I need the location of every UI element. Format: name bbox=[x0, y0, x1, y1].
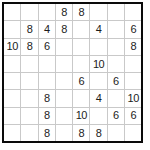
cell-r4c1[interactable] bbox=[4, 56, 20, 72]
clue-cell-r7c3: 8 bbox=[39, 108, 55, 124]
cell-r8c1[interactable] bbox=[4, 125, 20, 141]
clue-cell-r2c6: 4 bbox=[90, 21, 106, 37]
clue-cell-r3c3: 6 bbox=[39, 39, 55, 55]
cell-r5c8[interactable] bbox=[125, 73, 141, 89]
cell-r2c7[interactable] bbox=[108, 21, 124, 37]
clue-cell-r2c2: 8 bbox=[21, 21, 37, 37]
cell-r3c4[interactable] bbox=[56, 39, 72, 55]
cell-r8c2[interactable] bbox=[21, 125, 37, 141]
clue-cell-r3c8: 8 bbox=[125, 39, 141, 55]
cell-r5c6[interactable] bbox=[90, 73, 106, 89]
cell-r6c1[interactable] bbox=[4, 90, 20, 106]
clue-cell-r6c8: 10 bbox=[125, 90, 141, 106]
clue-cell-r6c3: 8 bbox=[39, 90, 55, 106]
cell-r7c4[interactable] bbox=[56, 108, 72, 124]
cell-r1c6[interactable] bbox=[90, 4, 106, 20]
cell-r4c3[interactable] bbox=[39, 56, 55, 72]
clue-cell-r2c3: 4 bbox=[39, 21, 55, 37]
cell-r6c7[interactable] bbox=[108, 90, 124, 106]
clue-cell-r7c8: 6 bbox=[125, 108, 141, 124]
cell-r4c7[interactable] bbox=[108, 56, 124, 72]
cell-r1c1[interactable] bbox=[4, 4, 20, 20]
cell-r2c5[interactable] bbox=[73, 21, 89, 37]
cell-r5c1[interactable] bbox=[4, 73, 20, 89]
cell-r7c6[interactable] bbox=[90, 108, 106, 124]
puzzle-board: 8884846108681066841081066888 bbox=[2, 2, 143, 143]
clue-cell-r7c7: 6 bbox=[108, 108, 124, 124]
clue-cell-r3c1: 10 bbox=[4, 39, 20, 55]
clue-cell-r8c3: 8 bbox=[39, 125, 55, 141]
clue-cell-r2c8: 6 bbox=[125, 21, 141, 37]
clue-cell-r2c4: 8 bbox=[56, 21, 72, 37]
cell-r4c4[interactable] bbox=[56, 56, 72, 72]
clue-cell-r5c7: 6 bbox=[108, 73, 124, 89]
cell-r4c5[interactable] bbox=[73, 56, 89, 72]
clue-cell-r6c6: 4 bbox=[90, 90, 106, 106]
cell-r5c3[interactable] bbox=[39, 73, 55, 89]
cell-r5c4[interactable] bbox=[56, 73, 72, 89]
cell-r6c5[interactable] bbox=[73, 90, 89, 106]
cell-r1c3[interactable] bbox=[39, 4, 55, 20]
clue-cell-r3c2: 8 bbox=[21, 39, 37, 55]
cell-r1c2[interactable] bbox=[21, 4, 37, 20]
cell-r1c8[interactable] bbox=[125, 4, 141, 20]
cell-r3c5[interactable] bbox=[73, 39, 89, 55]
cell-r8c4[interactable] bbox=[56, 125, 72, 141]
cell-r5c2[interactable] bbox=[21, 73, 37, 89]
clue-cell-r4c6: 10 bbox=[90, 56, 106, 72]
cell-r6c2[interactable] bbox=[21, 90, 37, 106]
cell-r7c2[interactable] bbox=[21, 108, 37, 124]
cell-r8c7[interactable] bbox=[108, 125, 124, 141]
clue-cell-r8c5: 8 bbox=[73, 125, 89, 141]
cell-r4c8[interactable] bbox=[125, 56, 141, 72]
clue-cell-r8c6: 8 bbox=[90, 125, 106, 141]
cell-r2c1[interactable] bbox=[4, 21, 20, 37]
cell-r1c7[interactable] bbox=[108, 4, 124, 20]
cell-r3c6[interactable] bbox=[90, 39, 106, 55]
clue-cell-r5c5: 6 bbox=[73, 73, 89, 89]
clue-cell-r7c5: 10 bbox=[73, 108, 89, 124]
clue-cell-r1c4: 8 bbox=[56, 4, 72, 20]
cell-r8c8[interactable] bbox=[125, 125, 141, 141]
cell-r6c4[interactable] bbox=[56, 90, 72, 106]
cell-r4c2[interactable] bbox=[21, 56, 37, 72]
cell-r7c1[interactable] bbox=[4, 108, 20, 124]
clue-cell-r1c5: 8 bbox=[73, 4, 89, 20]
puzzle-board-container: 8884846108681066841081066888 bbox=[2, 2, 143, 143]
cell-r3c7[interactable] bbox=[108, 39, 124, 55]
